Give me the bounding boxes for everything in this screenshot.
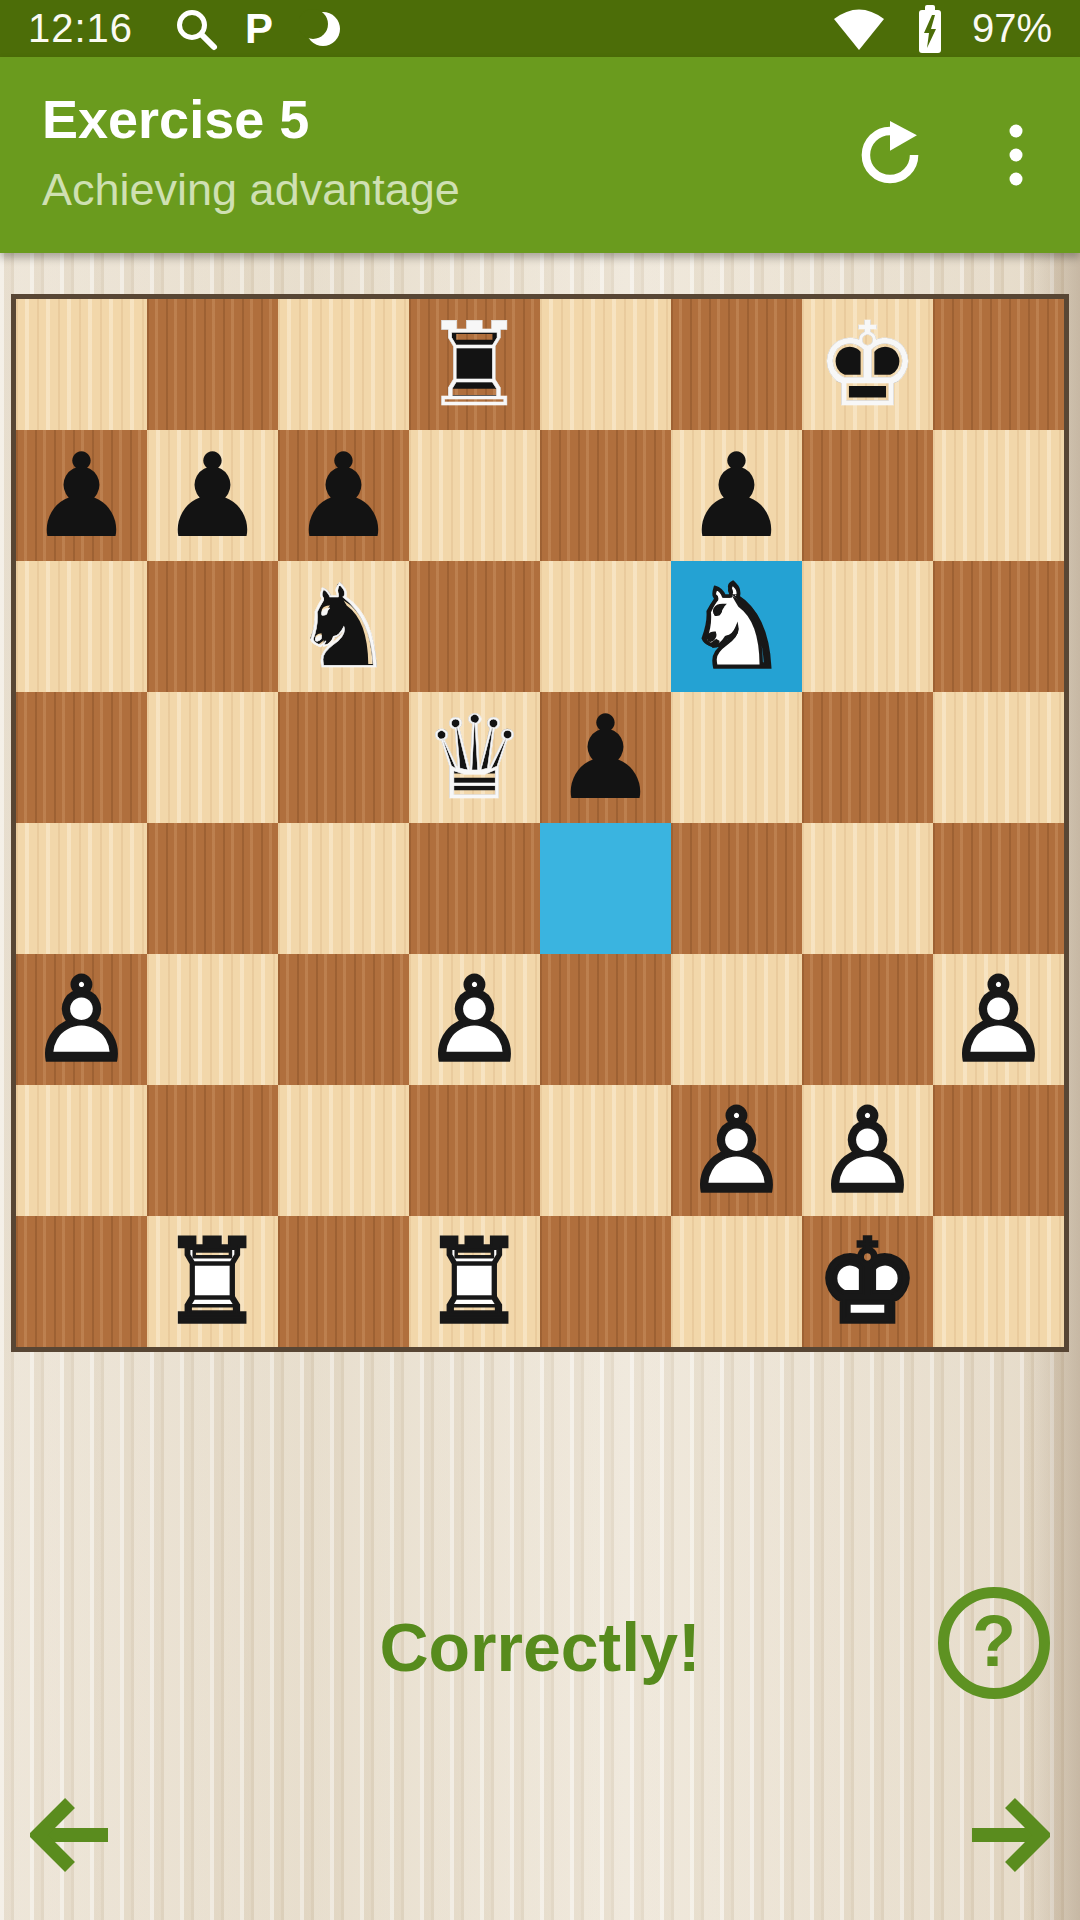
piece-glyph: ♟ bbox=[16, 954, 147, 1085]
square-b1[interactable]: ♜♖ bbox=[147, 1216, 278, 1347]
p-notification-icon: P bbox=[245, 8, 273, 50]
refresh-button[interactable] bbox=[854, 119, 926, 191]
square-d6[interactable] bbox=[409, 561, 540, 692]
square-c8[interactable] bbox=[278, 299, 409, 430]
square-e6[interactable] bbox=[540, 561, 671, 692]
piece-detail-overlay: ♘ bbox=[278, 561, 409, 692]
square-a2[interactable] bbox=[16, 1085, 147, 1216]
square-h4[interactable] bbox=[933, 823, 1064, 954]
square-f7[interactable]: ♟ bbox=[671, 430, 802, 561]
square-f3[interactable] bbox=[671, 954, 802, 1085]
square-a8[interactable] bbox=[16, 299, 147, 430]
battery-percent: 97% bbox=[972, 6, 1052, 51]
square-c6[interactable]: ♞♘ bbox=[278, 561, 409, 692]
square-g2[interactable]: ♟♙ bbox=[802, 1085, 933, 1216]
square-h8[interactable] bbox=[933, 299, 1064, 430]
square-g5[interactable] bbox=[802, 692, 933, 823]
feedback-row: Correctly! ? bbox=[0, 1585, 1080, 1709]
square-h6[interactable] bbox=[933, 561, 1064, 692]
square-c4[interactable] bbox=[278, 823, 409, 954]
square-c7[interactable]: ♟ bbox=[278, 430, 409, 561]
piece-glyph: ♟ bbox=[278, 430, 409, 561]
square-b5[interactable] bbox=[147, 692, 278, 823]
square-e3[interactable] bbox=[540, 954, 671, 1085]
piece-glyph: ♟ bbox=[16, 430, 147, 561]
square-a6[interactable] bbox=[16, 561, 147, 692]
next-exercise-button[interactable] bbox=[970, 1796, 1050, 1874]
square-b4[interactable] bbox=[147, 823, 278, 954]
piece-detail-overlay: ♙ bbox=[409, 954, 540, 1085]
piece-detail-overlay: ♙ bbox=[671, 1085, 802, 1216]
square-d2[interactable] bbox=[409, 1085, 540, 1216]
square-a7[interactable]: ♟ bbox=[16, 430, 147, 561]
square-f4[interactable] bbox=[671, 823, 802, 954]
square-h7[interactable] bbox=[933, 430, 1064, 561]
square-b7[interactable]: ♟ bbox=[147, 430, 278, 561]
square-g3[interactable] bbox=[802, 954, 933, 1085]
piece-glyph: ♟ bbox=[147, 430, 278, 561]
previous-exercise-button[interactable] bbox=[30, 1796, 110, 1874]
square-d7[interactable] bbox=[409, 430, 540, 561]
piece-glyph: ♜ bbox=[147, 1216, 278, 1347]
square-b6[interactable] bbox=[147, 561, 278, 692]
square-g4[interactable] bbox=[802, 823, 933, 954]
square-f6[interactable]: ♞♘ bbox=[671, 561, 802, 692]
square-e1[interactable] bbox=[540, 1216, 671, 1347]
piece-glyph: ♟ bbox=[409, 954, 540, 1085]
piece-detail-overlay: ♕ bbox=[409, 692, 540, 823]
piece-detail-overlay: ♙ bbox=[802, 1085, 933, 1216]
piece-glyph: ♛ bbox=[409, 692, 540, 823]
piece-detail-overlay: ♙ bbox=[16, 954, 147, 1085]
square-d5[interactable]: ♛♕ bbox=[409, 692, 540, 823]
piece-glyph: ♜ bbox=[409, 1216, 540, 1347]
square-h1[interactable] bbox=[933, 1216, 1064, 1347]
piece-glyph: ♚ bbox=[802, 1216, 933, 1347]
piece-detail-overlay: ♘ bbox=[671, 561, 802, 692]
piece-detail-overlay: ♔ bbox=[802, 1216, 933, 1347]
square-f5[interactable] bbox=[671, 692, 802, 823]
piece-detail-overlay: ♔ bbox=[802, 299, 933, 430]
square-e2[interactable] bbox=[540, 1085, 671, 1216]
square-e7[interactable] bbox=[540, 430, 671, 561]
battery-charging-icon bbox=[914, 3, 946, 55]
square-e8[interactable] bbox=[540, 299, 671, 430]
piece-detail-overlay: ♖ bbox=[409, 1216, 540, 1347]
square-f2[interactable]: ♟♙ bbox=[671, 1085, 802, 1216]
square-b2[interactable] bbox=[147, 1085, 278, 1216]
piece-detail-overlay: ♙ bbox=[933, 954, 1064, 1085]
app-bar: Exercise 5 Achieving advantage bbox=[0, 57, 1080, 253]
status-bar: 12:16 P 97% bbox=[0, 0, 1080, 57]
square-b8[interactable] bbox=[147, 299, 278, 430]
square-c2[interactable] bbox=[278, 1085, 409, 1216]
app-bar-actions bbox=[854, 57, 1052, 253]
square-c3[interactable] bbox=[278, 954, 409, 1085]
square-d3[interactable]: ♟♙ bbox=[409, 954, 540, 1085]
piece-glyph: ♞ bbox=[671, 561, 802, 692]
square-d4[interactable] bbox=[409, 823, 540, 954]
overflow-menu-button[interactable] bbox=[980, 119, 1052, 191]
wifi-icon bbox=[830, 6, 888, 52]
square-e4[interactable] bbox=[540, 823, 671, 954]
square-g7[interactable] bbox=[802, 430, 933, 561]
piece-detail-overlay: ♖ bbox=[409, 299, 540, 430]
square-d1[interactable]: ♜♖ bbox=[409, 1216, 540, 1347]
piece-glyph: ♜ bbox=[409, 299, 540, 430]
square-a3[interactable]: ♟♙ bbox=[16, 954, 147, 1085]
square-g8[interactable]: ♚♔ bbox=[802, 299, 933, 430]
square-a4[interactable] bbox=[16, 823, 147, 954]
piece-glyph: ♞ bbox=[278, 561, 409, 692]
piece-glyph: ♚ bbox=[802, 299, 933, 430]
search-icon bbox=[173, 6, 219, 52]
square-f1[interactable] bbox=[671, 1216, 802, 1347]
square-e5[interactable]: ♟ bbox=[540, 692, 671, 823]
square-c1[interactable] bbox=[278, 1216, 409, 1347]
square-g1[interactable]: ♚♔ bbox=[802, 1216, 933, 1347]
square-d8[interactable]: ♜♖ bbox=[409, 299, 540, 430]
square-b3[interactable] bbox=[147, 954, 278, 1085]
square-h5[interactable] bbox=[933, 692, 1064, 823]
hint-button[interactable]: ? bbox=[938, 1587, 1050, 1699]
square-a1[interactable] bbox=[16, 1216, 147, 1347]
square-h3[interactable]: ♟♙ bbox=[933, 954, 1064, 1085]
clock: 12:16 bbox=[28, 6, 133, 51]
moon-dnd-icon bbox=[299, 6, 345, 52]
square-f8[interactable] bbox=[671, 299, 802, 430]
question-mark-icon: ? bbox=[972, 1600, 1016, 1682]
square-h2[interactable] bbox=[933, 1085, 1064, 1216]
square-c5[interactable] bbox=[278, 692, 409, 823]
piece-glyph: ♟ bbox=[933, 954, 1064, 1085]
piece-detail-overlay: ♖ bbox=[147, 1216, 278, 1347]
square-g6[interactable] bbox=[802, 561, 933, 692]
feedback-message: Correctly! bbox=[0, 1585, 1080, 1709]
piece-glyph: ♟ bbox=[540, 692, 671, 823]
chess-board: ♜♖♚♔♟♟♟♟♞♘♞♘♛♕♟♟♙♟♙♟♙♟♙♟♙♜♖♜♖♚♔ bbox=[11, 294, 1069, 1352]
piece-glyph: ♟ bbox=[671, 1085, 802, 1216]
square-a5[interactable] bbox=[16, 692, 147, 823]
piece-glyph: ♟ bbox=[671, 430, 802, 561]
piece-glyph: ♟ bbox=[802, 1085, 933, 1216]
